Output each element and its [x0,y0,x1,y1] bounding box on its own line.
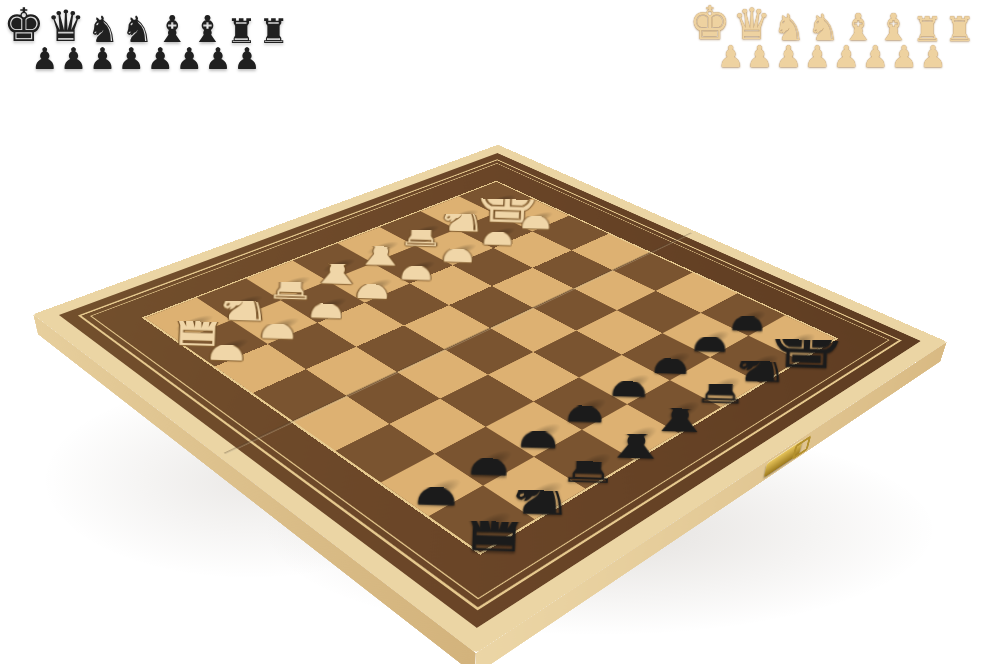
black-piece-tray: ♚♛♞♞♝♝♜♜♟♟♟♟♟♟♟♟ [12,2,280,74]
white-piece-tray: ♚♛♞♞♝♝♜♜♟♟♟♟♟♟♟♟ [688,0,976,72]
perspective-wrapper: ♛♞♜♝♝♜♞♚♟♟♟♟♟♟♟♟♟♟♟♟♟♟♟♟♛♞♜♝♝♜♞♚ [0,0,986,664]
tray-piece-white-pawn-icon: ♟ [920,42,947,72]
tray-piece-white-pawn-icon: ♟ [891,42,918,72]
tray-piece-black-pawn-icon: ♟ [118,44,145,74]
tray-piece-black-pawn-icon: ♟ [205,44,232,74]
tray-piece-white-pawn-icon: ♟ [717,42,744,72]
tray-piece-black-pawn-icon: ♟ [176,44,203,74]
product-photo: { "game": "chess", "scene": "Folding woo… [0,0,986,664]
brass-latch-icon[interactable] [764,439,804,478]
scene: ♛♞♜♝♝♜♞♚♟♟♟♟♟♟♟♟♟♟♟♟♟♟♟♟♛♞♜♝♝♜♞♚ [0,0,986,664]
tray-piece-black-pawn-icon: ♟ [234,44,261,74]
tray-piece-black-pawn-icon: ♟ [89,44,116,74]
tray-piece-white-pawn-icon: ♟ [833,42,860,72]
tray-piece-white-pawn-icon: ♟ [862,42,889,72]
tray-piece-white-pawn-icon: ♟ [775,42,802,72]
tray-piece-black-rook-icon: ♜ [258,14,288,48]
tray-piece-white-pawn-icon: ♟ [804,42,831,72]
piece-white-pawn[interactable]: ♟ [248,323,309,325]
tray-white-row2: ♟♟♟♟♟♟♟♟ [716,42,947,72]
tray-black-row2: ♟♟♟♟♟♟♟♟ [30,44,261,74]
tray-piece-white-rook-icon: ♜ [944,12,974,46]
tray-piece-black-pawn-icon: ♟ [147,44,174,74]
tray-piece-black-pawn-icon: ♟ [60,44,87,74]
tray-piece-white-pawn-icon: ♟ [746,42,773,72]
tray-piece-black-pawn-icon: ♟ [31,44,58,74]
chess-board: ♛♞♜♝♝♜♞♚♟♟♟♟♟♟♟♟♟♟♟♟♟♟♟♟♛♞♜♝♝♜♞♚ [33,145,947,653]
